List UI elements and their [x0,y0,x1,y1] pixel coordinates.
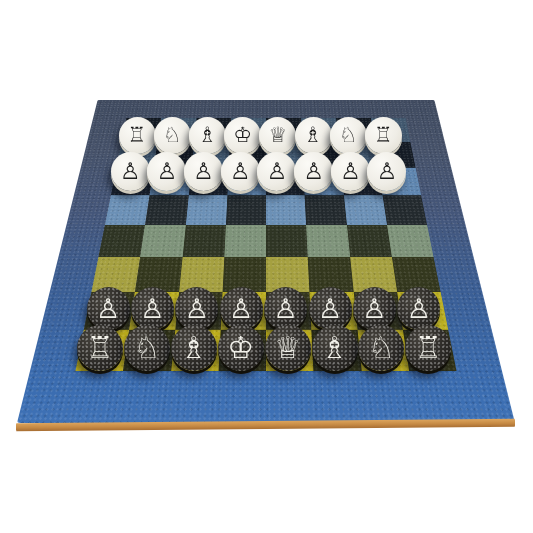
square-h4[interactable] [105,195,150,225]
chess-piece-glyph: ♘ [163,125,182,146]
chess-piece-glyph: ♖ [87,333,114,363]
square-d5[interactable] [266,225,308,257]
square-b4[interactable] [344,195,387,225]
piece-black-pawn[interactable]: ♙ [264,287,307,330]
chess-piece-glyph: ♔ [233,125,252,146]
piece-white-knight[interactable]: ♘ [330,117,367,154]
chess-piece-glyph: ♙ [120,160,141,183]
piece-black-bishop[interactable]: ♗ [312,325,358,371]
piece-black-rook[interactable]: ♖ [77,325,123,371]
chess-piece-glyph: ♙ [193,160,214,183]
piece-white-pawn[interactable]: ♙ [184,152,223,191]
chess-piece-glyph: ♗ [180,333,207,363]
square-e4[interactable] [226,195,266,225]
piece-white-bishop[interactable]: ♗ [189,117,226,154]
piece-white-pawn[interactable]: ♙ [331,152,370,191]
chess-piece-glyph: ♙ [156,160,177,183]
square-c5[interactable] [306,225,350,257]
chess-piece-glyph: ♙ [362,295,386,322]
piece-white-pawn[interactable]: ♙ [294,152,333,191]
piece-white-pawn[interactable]: ♙ [367,152,406,191]
chess-piece-glyph: ♙ [377,160,398,183]
piece-black-king[interactable]: ♔ [218,325,264,371]
piece-black-rook[interactable]: ♖ [405,325,451,371]
chess-piece-glyph: ♙ [318,295,342,322]
chess-piece-glyph: ♙ [303,160,324,183]
piece-white-bishop[interactable]: ♗ [295,117,332,154]
piece-black-queen[interactable]: ♕ [265,325,311,371]
piece-white-pawn[interactable]: ♙ [111,152,150,191]
chess-piece-glyph: ♙ [273,295,297,322]
chess-piece-glyph: ♔ [227,333,254,363]
piece-black-pawn[interactable]: ♙ [87,287,130,330]
chess-piece-glyph: ♖ [128,125,147,146]
square-a5[interactable] [387,225,434,257]
piece-black-pawn[interactable]: ♙ [353,287,396,330]
chess-piece-glyph: ♗ [198,125,217,146]
piece-white-rook[interactable]: ♖ [365,117,402,154]
square-g4[interactable] [145,195,188,225]
chess-piece-glyph: ♕ [274,333,301,363]
square-d4[interactable] [266,195,306,225]
chess-piece-glyph: ♖ [415,333,442,363]
chess-piece-glyph: ♘ [368,333,395,363]
piece-white-rook[interactable]: ♖ [119,117,156,154]
piece-black-pawn[interactable]: ♙ [131,287,174,330]
square-h6[interactable] [91,257,140,292]
square-c4[interactable] [305,195,347,225]
chessboard-photo: ♖♘♗♔♕♗♘♖♙♙♙♙♙♙♙♙♙♙♙♙♙♙♙♙♖♘♗♔♕♗♘♖ [0,0,533,533]
piece-white-pawn[interactable]: ♙ [257,152,296,191]
square-e5[interactable] [224,225,266,257]
piece-white-king[interactable]: ♔ [224,117,261,154]
chess-piece-glyph: ♙ [140,295,164,322]
chess-piece-glyph: ♕ [268,125,287,146]
chess-piece-glyph: ♙ [407,295,431,322]
chess-piece-glyph: ♙ [96,295,120,322]
square-f4[interactable] [185,195,227,225]
chess-piece-glyph: ♙ [230,160,251,183]
chess-piece-glyph: ♙ [266,160,287,183]
chess-piece-glyph: ♙ [229,295,253,322]
square-a4[interactable] [382,195,427,225]
square-g5[interactable] [140,225,185,257]
piece-white-pawn[interactable]: ♙ [147,152,186,191]
chess-piece-glyph: ♖ [374,125,393,146]
piece-black-pawn[interactable]: ♙ [309,287,352,330]
piece-black-pawn[interactable]: ♙ [397,287,440,330]
square-g6[interactable] [135,257,182,292]
chess-piece-glyph: ♘ [133,333,160,363]
piece-white-knight[interactable]: ♘ [154,117,191,154]
piece-black-knight[interactable]: ♘ [124,325,170,371]
square-h5[interactable] [98,225,145,257]
chess-piece-glyph: ♙ [185,295,209,322]
chess-piece-glyph: ♗ [321,333,348,363]
piece-white-pawn[interactable]: ♙ [221,152,260,191]
piece-black-bishop[interactable]: ♗ [171,325,217,371]
chess-piece-glyph: ♗ [304,125,323,146]
piece-white-queen[interactable]: ♕ [259,117,296,154]
square-f5[interactable] [182,225,226,257]
piece-black-pawn[interactable]: ♙ [220,287,263,330]
chess-piece-glyph: ♙ [340,160,361,183]
chess-piece-glyph: ♘ [339,125,358,146]
piece-black-pawn[interactable]: ♙ [175,287,218,330]
square-b5[interactable] [347,225,392,257]
